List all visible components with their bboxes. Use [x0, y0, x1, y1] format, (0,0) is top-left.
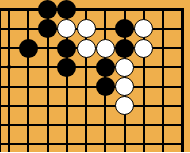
black-stone-m18[interactable] — [38, 19, 57, 38]
white-stone-r17[interactable] — [134, 39, 153, 58]
left-crop-edge-line — [0, 8, 1, 152]
black-stone-n19[interactable] — [57, 0, 76, 19]
black-stone-l17[interactable] — [19, 39, 38, 58]
white-stone-q15[interactable] — [115, 77, 134, 96]
grid-line-vertical — [162, 9, 164, 153]
white-stone-r18[interactable] — [134, 19, 153, 38]
go-board[interactable] — [0, 0, 190, 152]
black-stone-q18[interactable] — [115, 19, 134, 38]
black-stone-q17[interactable] — [115, 39, 134, 58]
black-stone-m19[interactable] — [38, 0, 57, 19]
black-stone-p15[interactable] — [96, 77, 115, 96]
black-stone-p16[interactable] — [96, 58, 115, 77]
white-stone-q16[interactable] — [115, 58, 134, 77]
white-stone-n18[interactable] — [57, 19, 76, 38]
grid-line-vertical — [27, 9, 29, 153]
star-point-k16 — [7, 65, 11, 69]
grid-line-vertical — [8, 9, 10, 153]
black-stone-n17[interactable] — [57, 39, 76, 58]
go-diagram — [0, 0, 190, 152]
white-stone-o18[interactable] — [77, 19, 96, 38]
black-stone-n16[interactable] — [57, 58, 76, 77]
white-stone-o17[interactable] — [77, 39, 96, 58]
white-stone-p17[interactable] — [96, 39, 115, 58]
white-stone-q14[interactable] — [115, 96, 134, 115]
